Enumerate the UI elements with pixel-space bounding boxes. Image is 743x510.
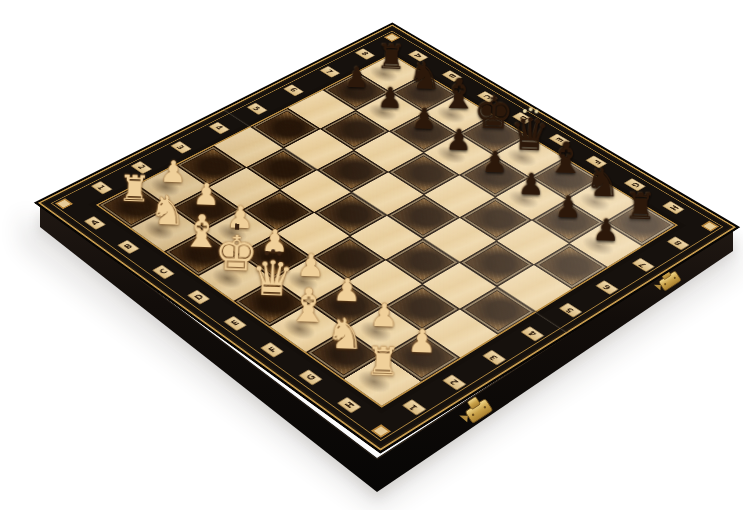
chess-board: ABCDEFGH ABCDEFGH 87654321 87654321 ♜♞♝♚…	[33, 22, 740, 453]
rank-label-3: 3	[481, 350, 505, 366]
file-label-g: G	[298, 369, 322, 385]
rank-label-5: 5	[245, 102, 266, 114]
piece-white-rook-h1[interactable]: ♜	[347, 323, 418, 382]
piece-black-pawn-h7[interactable]: ♟	[573, 191, 640, 246]
rank-label-6: 6	[282, 84, 303, 96]
scene: ABCDEFGH ABCDEFGH 87654321 87654321 ♜♞♝♚…	[0, 0, 743, 510]
play-area: ♜♞♝♚♛♝♞♜♟♟♟♟♟♟♟♟♟♟♟♟♟♟♟♟♜♞♝♚♛♝♞♜	[95, 54, 677, 408]
